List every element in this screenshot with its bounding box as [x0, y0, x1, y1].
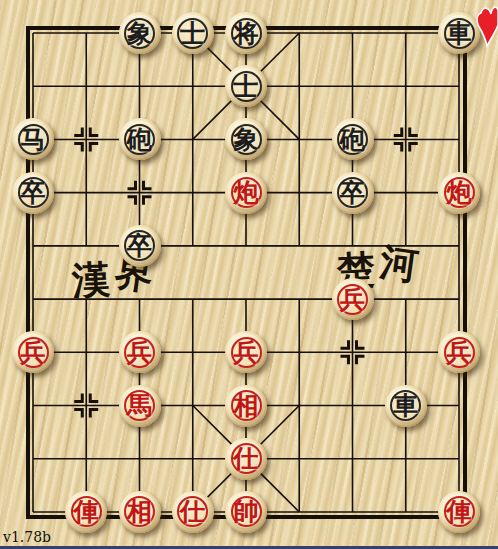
piece-character: 俥	[65, 491, 107, 533]
board-point[interactable]: 将	[219, 6, 272, 59]
piece-character: 兵	[12, 331, 54, 373]
board-point[interactable]: 象	[219, 113, 272, 166]
piece-red-elephant[interactable]: 相	[225, 385, 267, 427]
piece-character: 炮	[225, 172, 267, 214]
piece-character: 帥	[225, 491, 267, 533]
piece-character: 兵	[332, 278, 374, 320]
board-grid[interactable]: 象士将車士马砲象砲卒炮卒炮卒兵兵兵兵兵馬相車仕俥相仕帥俥	[6, 6, 485, 538]
piece-character: 仕	[172, 491, 214, 533]
xiangqi-board-window: 漢界 楚河 象士将車士马砲象砲卒炮卒炮卒兵兵兵兵兵馬相車仕俥相仕帥俥 v1.78…	[0, 0, 498, 549]
piece-black-chariot[interactable]: 車	[385, 385, 427, 427]
piece-black-general[interactable]: 将	[225, 12, 267, 54]
piece-red-elephant[interactable]: 相	[119, 491, 161, 533]
piece-character: 砲	[332, 118, 374, 160]
piece-character: 兵	[225, 331, 267, 373]
board-point[interactable]: 帥	[219, 485, 272, 538]
piece-black-soldier[interactable]: 卒	[12, 172, 54, 214]
board-point[interactable]: 砲	[326, 113, 379, 166]
board-point[interactable]: 卒	[6, 166, 59, 219]
piece-red-horse[interactable]: 馬	[119, 385, 161, 427]
piece-red-chariot[interactable]: 俥	[438, 491, 480, 533]
board-point[interactable]: 兵	[326, 272, 379, 325]
board-point[interactable]: 相	[113, 485, 166, 538]
piece-character: 马	[12, 118, 54, 160]
piece-black-cannon[interactable]: 砲	[119, 118, 161, 160]
board-point[interactable]: 仕	[166, 485, 219, 538]
board-point[interactable]: 車	[379, 379, 432, 432]
board-point[interactable]: 卒	[113, 219, 166, 272]
piece-black-elephant[interactable]: 象	[225, 118, 267, 160]
piece-red-soldier[interactable]: 兵	[225, 331, 267, 373]
piece-character: 卒	[12, 172, 54, 214]
board-point[interactable]: 卒	[326, 166, 379, 219]
piece-character: 卒	[119, 225, 161, 267]
piece-character: 卒	[332, 172, 374, 214]
piece-character: 象	[225, 118, 267, 160]
piece-red-soldier[interactable]: 兵	[438, 331, 480, 373]
piece-black-cannon[interactable]: 砲	[332, 118, 374, 160]
board-point[interactable]: 兵	[113, 326, 166, 379]
piece-character: 将	[225, 12, 267, 54]
piece-red-general[interactable]: 帥	[225, 491, 267, 533]
piece-black-soldier[interactable]: 卒	[332, 172, 374, 214]
piece-character: 象	[119, 12, 161, 54]
piece-character: 士	[172, 12, 214, 54]
piece-character: 馬	[119, 385, 161, 427]
piece-red-cannon[interactable]: 炮	[225, 172, 267, 214]
piece-character: 相	[225, 385, 267, 427]
piece-black-horse[interactable]: 马	[12, 118, 54, 160]
board-point[interactable]: 仕	[219, 432, 272, 485]
board-point[interactable]: 相	[219, 379, 272, 432]
board-point[interactable]: 兵	[6, 326, 59, 379]
board-point[interactable]: 马	[6, 113, 59, 166]
piece-black-soldier[interactable]: 卒	[119, 225, 161, 267]
piece-character: 俥	[438, 491, 480, 533]
piece-red-soldier[interactable]: 兵	[119, 331, 161, 373]
piece-character: 兵	[438, 331, 480, 373]
piece-black-advisor[interactable]: 士	[225, 65, 267, 107]
piece-character: 車	[438, 12, 480, 54]
piece-black-chariot[interactable]: 車	[438, 12, 480, 54]
piece-red-chariot[interactable]: 俥	[65, 491, 107, 533]
board-point[interactable]: 車	[432, 6, 485, 59]
board-point[interactable]: 砲	[113, 113, 166, 166]
piece-red-soldier[interactable]: 兵	[12, 331, 54, 373]
board-point[interactable]: 俥	[60, 485, 113, 538]
board-point[interactable]: 士	[219, 60, 272, 113]
piece-character: 車	[385, 385, 427, 427]
board-point[interactable]: 兵	[432, 326, 485, 379]
piece-character: 相	[119, 491, 161, 533]
piece-character: 士	[225, 65, 267, 107]
version-label: v1.78b	[3, 529, 51, 545]
board-point[interactable]: 馬	[113, 379, 166, 432]
piece-black-elephant[interactable]: 象	[119, 12, 161, 54]
board-point[interactable]: 俥	[432, 485, 485, 538]
piece-black-advisor[interactable]: 士	[172, 12, 214, 54]
piece-red-cannon[interactable]: 炮	[438, 172, 480, 214]
piece-red-advisor[interactable]: 仕	[225, 438, 267, 480]
board-point[interactable]: 炮	[432, 166, 485, 219]
board-point[interactable]: 炮	[219, 166, 272, 219]
piece-character: 炮	[438, 172, 480, 214]
board-point[interactable]: 兵	[219, 326, 272, 379]
piece-character: 砲	[119, 118, 161, 160]
board-point[interactable]: 象	[113, 6, 166, 59]
piece-character: 兵	[119, 331, 161, 373]
board-point[interactable]: 士	[166, 6, 219, 59]
piece-character: 仕	[225, 438, 267, 480]
piece-red-soldier[interactable]: 兵	[332, 278, 374, 320]
piece-red-advisor[interactable]: 仕	[172, 491, 214, 533]
